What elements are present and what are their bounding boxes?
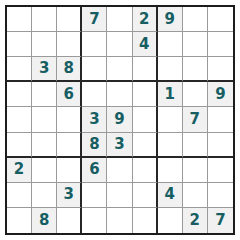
cell-r7c8[interactable] xyxy=(183,158,208,183)
cell-r2c7[interactable] xyxy=(158,32,183,57)
cell-r2c2[interactable] xyxy=(32,32,57,57)
cell-r3c6[interactable] xyxy=(133,57,158,82)
cell-r8c9[interactable] xyxy=(208,183,233,208)
cell-r9c3[interactable] xyxy=(57,208,82,233)
cell-r1c9[interactable] xyxy=(208,7,233,32)
cell-r2c6[interactable]: 4 xyxy=(133,32,158,57)
cell-r7c4[interactable]: 6 xyxy=(82,158,107,183)
cell-r4c4[interactable] xyxy=(82,82,107,107)
cell-r5c8[interactable]: 7 xyxy=(183,107,208,132)
cell-r4c2[interactable] xyxy=(32,82,57,107)
cell-r7c3[interactable] xyxy=(57,158,82,183)
cell-r8c7[interactable]: 4 xyxy=(158,183,183,208)
cell-r4c3[interactable]: 6 xyxy=(57,82,82,107)
cell-r8c3[interactable]: 3 xyxy=(57,183,82,208)
cell-r9c8[interactable]: 2 xyxy=(183,208,208,233)
cell-r6c7[interactable] xyxy=(158,133,183,158)
cell-r1c1[interactable] xyxy=(7,7,32,32)
cell-r5c2[interactable] xyxy=(32,107,57,132)
cell-r9c2[interactable]: 8 xyxy=(32,208,57,233)
cell-r1c2[interactable] xyxy=(32,7,57,32)
cell-r4c6[interactable] xyxy=(133,82,158,107)
cell-r1c6[interactable]: 2 xyxy=(133,7,158,32)
cell-r3c3[interactable]: 8 xyxy=(57,57,82,82)
cell-r4c8[interactable] xyxy=(183,82,208,107)
cell-r2c3[interactable] xyxy=(57,32,82,57)
cell-r6c9[interactable] xyxy=(208,133,233,158)
cell-r6c1[interactable] xyxy=(7,133,32,158)
cell-r8c6[interactable] xyxy=(133,183,158,208)
cell-r8c2[interactable] xyxy=(32,183,57,208)
cell-r5c5[interactable]: 9 xyxy=(107,107,132,132)
cell-r2c9[interactable] xyxy=(208,32,233,57)
cell-r8c5[interactable] xyxy=(107,183,132,208)
cell-r9c7[interactable] xyxy=(158,208,183,233)
cell-r6c5[interactable]: 3 xyxy=(107,133,132,158)
cell-r3c8[interactable] xyxy=(183,57,208,82)
cell-r1c4[interactable]: 7 xyxy=(82,7,107,32)
cell-r5c4[interactable]: 3 xyxy=(82,107,107,132)
cell-r3c4[interactable] xyxy=(82,57,107,82)
cell-r6c3[interactable] xyxy=(57,133,82,158)
cell-r9c6[interactable] xyxy=(133,208,158,233)
cell-r1c8[interactable] xyxy=(183,7,208,32)
cell-r1c3[interactable] xyxy=(57,7,82,32)
cell-r1c7[interactable]: 9 xyxy=(158,7,183,32)
cell-r6c6[interactable] xyxy=(133,133,158,158)
cell-r4c9[interactable]: 9 xyxy=(208,82,233,107)
cell-r2c1[interactable] xyxy=(7,32,32,57)
cell-r2c8[interactable] xyxy=(183,32,208,57)
cell-r5c6[interactable] xyxy=(133,107,158,132)
cell-r7c5[interactable] xyxy=(107,158,132,183)
cell-r9c9[interactable]: 7 xyxy=(208,208,233,233)
cell-r9c5[interactable] xyxy=(107,208,132,233)
cell-r2c4[interactable] xyxy=(82,32,107,57)
cell-r1c5[interactable] xyxy=(107,7,132,32)
page: 729438619397832634827 xyxy=(0,0,240,240)
cell-r7c2[interactable] xyxy=(32,158,57,183)
cell-r3c1[interactable] xyxy=(7,57,32,82)
cell-r5c1[interactable] xyxy=(7,107,32,132)
cell-r7c9[interactable] xyxy=(208,158,233,183)
cell-r2c5[interactable] xyxy=(107,32,132,57)
cell-r8c8[interactable] xyxy=(183,183,208,208)
cell-r5c7[interactable] xyxy=(158,107,183,132)
cell-r5c3[interactable] xyxy=(57,107,82,132)
cell-r3c2[interactable]: 3 xyxy=(32,57,57,82)
cell-r9c4[interactable] xyxy=(82,208,107,233)
cell-r7c7[interactable] xyxy=(158,158,183,183)
cell-r4c5[interactable] xyxy=(107,82,132,107)
cell-r3c9[interactable] xyxy=(208,57,233,82)
cell-r3c5[interactable] xyxy=(107,57,132,82)
cell-r6c2[interactable] xyxy=(32,133,57,158)
cell-r8c4[interactable] xyxy=(82,183,107,208)
cell-r3c7[interactable] xyxy=(158,57,183,82)
cell-r6c8[interactable] xyxy=(183,133,208,158)
cell-r9c1[interactable] xyxy=(7,208,32,233)
sudoku-board: 729438619397832634827 xyxy=(5,5,235,235)
cell-r4c7[interactable]: 1 xyxy=(158,82,183,107)
cell-r6c4[interactable]: 8 xyxy=(82,133,107,158)
cell-r5c9[interactable] xyxy=(208,107,233,132)
cell-r7c1[interactable]: 2 xyxy=(7,158,32,183)
cell-r7c6[interactable] xyxy=(133,158,158,183)
cell-r8c1[interactable] xyxy=(7,183,32,208)
cell-r4c1[interactable] xyxy=(7,82,32,107)
